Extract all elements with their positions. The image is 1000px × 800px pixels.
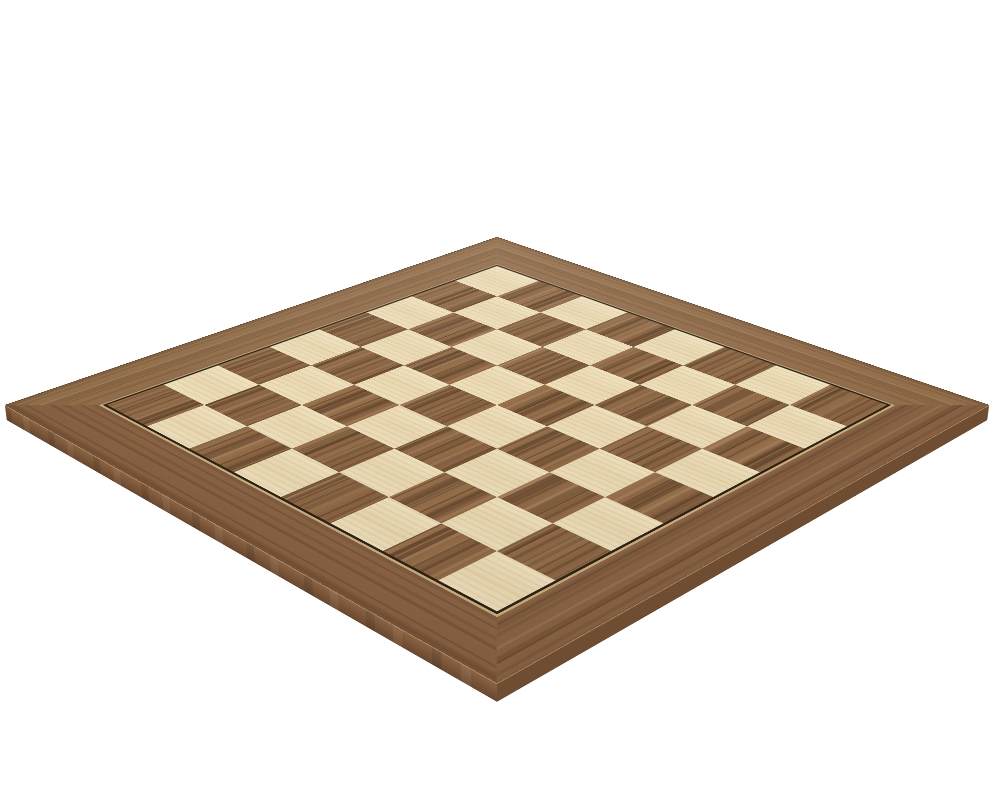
- playing-field: [107, 266, 888, 612]
- product-photo-background: [0, 0, 1000, 800]
- chess-board: [5, 237, 989, 683]
